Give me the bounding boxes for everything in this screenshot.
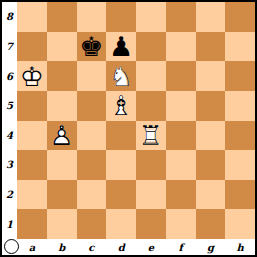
file-label-a: a [17, 239, 47, 255]
square-c2[interactable] [77, 180, 107, 210]
square-e5[interactable] [136, 91, 166, 121]
square-b8[interactable] [47, 2, 77, 32]
file-label-d: d [106, 239, 136, 255]
square-e6[interactable] [136, 61, 166, 91]
square-f1[interactable] [166, 209, 196, 239]
file-label-f: f [166, 239, 196, 255]
square-a2[interactable] [17, 180, 47, 210]
square-d4[interactable] [106, 121, 136, 151]
black-king[interactable]: ♚ [77, 32, 107, 62]
square-b3[interactable] [47, 150, 77, 180]
piece-glyph: ♖ [136, 121, 166, 151]
square-h7[interactable] [225, 32, 255, 62]
square-g7[interactable] [196, 32, 226, 62]
square-d8[interactable] [106, 2, 136, 32]
square-b4[interactable]: ♟♙ [47, 121, 77, 151]
white-bishop[interactable]: ♝♗ [106, 91, 136, 121]
square-c4[interactable] [77, 121, 107, 151]
rank-label-5: 5 [2, 91, 17, 121]
file-label-h: h [225, 239, 255, 255]
square-c1[interactable] [77, 209, 107, 239]
square-d6[interactable]: ♞♘ [106, 61, 136, 91]
rank-label-4: 4 [2, 121, 17, 151]
square-c3[interactable] [77, 150, 107, 180]
square-d2[interactable] [106, 180, 136, 210]
square-h2[interactable] [225, 180, 255, 210]
square-h1[interactable] [225, 209, 255, 239]
white-king[interactable]: ♚♔ [17, 61, 47, 91]
rank-label-7: 7 [2, 32, 17, 62]
square-g2[interactable] [196, 180, 226, 210]
chess-board[interactable]: ♚♟♚♔♞♘♝♗♟♙♜♖ [17, 2, 255, 239]
file-label-b: b [47, 239, 77, 255]
square-b1[interactable] [47, 209, 77, 239]
piece-glyph: ♙ [47, 121, 77, 151]
square-a3[interactable] [17, 150, 47, 180]
piece-glyph: ♗ [106, 91, 136, 121]
piece-glyph: ♚ [77, 32, 107, 62]
rank-label-6: 6 [2, 61, 17, 91]
rank-labels: 87654321 [2, 2, 17, 239]
rank-label-3: 3 [2, 150, 17, 180]
square-e4[interactable]: ♜♖ [136, 121, 166, 151]
square-a4[interactable] [17, 121, 47, 151]
square-f2[interactable] [166, 180, 196, 210]
square-h4[interactable] [225, 121, 255, 151]
square-c7[interactable]: ♚ [77, 32, 107, 62]
file-labels: abcdefgh [17, 239, 255, 255]
black-pawn[interactable]: ♟ [106, 32, 136, 62]
rank-label-2: 2 [2, 180, 17, 210]
square-f5[interactable] [166, 91, 196, 121]
square-g8[interactable] [196, 2, 226, 32]
file-label-e: e [136, 239, 166, 255]
square-h5[interactable] [225, 91, 255, 121]
square-a6[interactable]: ♚♔ [17, 61, 47, 91]
square-f4[interactable] [166, 121, 196, 151]
square-e3[interactable] [136, 150, 166, 180]
square-g3[interactable] [196, 150, 226, 180]
file-label-c: c [77, 239, 107, 255]
square-e8[interactable] [136, 2, 166, 32]
square-d5[interactable]: ♝♗ [106, 91, 136, 121]
square-b7[interactable] [47, 32, 77, 62]
square-a7[interactable] [17, 32, 47, 62]
square-c6[interactable] [77, 61, 107, 91]
square-b2[interactable] [47, 180, 77, 210]
square-e2[interactable] [136, 180, 166, 210]
square-c5[interactable] [77, 91, 107, 121]
square-e7[interactable] [136, 32, 166, 62]
file-label-g: g [196, 239, 226, 255]
square-a5[interactable] [17, 91, 47, 121]
square-f8[interactable] [166, 2, 196, 32]
square-a1[interactable] [17, 209, 47, 239]
square-g4[interactable] [196, 121, 226, 151]
white-to-move-indicator [4, 239, 19, 254]
square-b5[interactable] [47, 91, 77, 121]
white-rook[interactable]: ♜♖ [136, 121, 166, 151]
square-b6[interactable] [47, 61, 77, 91]
square-d1[interactable] [106, 209, 136, 239]
square-f6[interactable] [166, 61, 196, 91]
white-knight[interactable]: ♞♘ [106, 61, 136, 91]
square-g1[interactable] [196, 209, 226, 239]
square-a8[interactable] [17, 2, 47, 32]
piece-glyph: ♟ [106, 32, 136, 62]
square-f7[interactable] [166, 32, 196, 62]
piece-glyph: ♔ [17, 61, 47, 91]
square-h6[interactable] [225, 61, 255, 91]
square-c8[interactable] [77, 2, 107, 32]
chess-diagram: 87654321 ♚♟♚♔♞♘♝♗♟♙♜♖ abcdefgh [0, 0, 257, 257]
rank-label-1: 1 [2, 209, 17, 239]
white-pawn[interactable]: ♟♙ [47, 121, 77, 151]
square-d7[interactable]: ♟ [106, 32, 136, 62]
square-f3[interactable] [166, 150, 196, 180]
square-d3[interactable] [106, 150, 136, 180]
square-e1[interactable] [136, 209, 166, 239]
piece-glyph: ♘ [106, 61, 136, 91]
square-h3[interactable] [225, 150, 255, 180]
rank-label-8: 8 [2, 2, 17, 32]
square-h8[interactable] [225, 2, 255, 32]
square-g5[interactable] [196, 91, 226, 121]
square-g6[interactable] [196, 61, 226, 91]
